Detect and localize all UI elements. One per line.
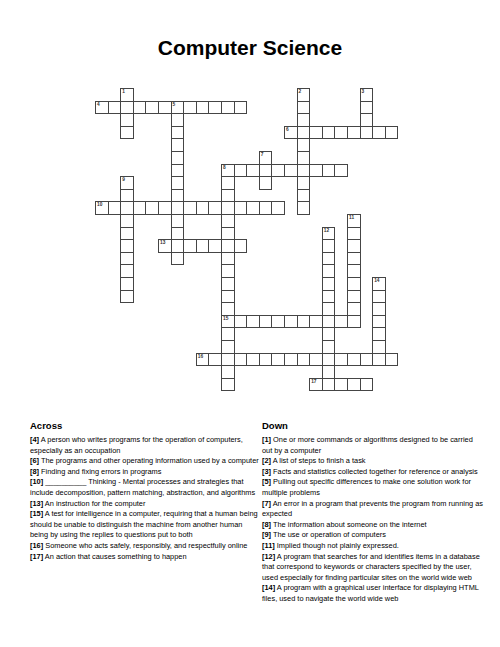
- across-clues-column: Across [4] A person who writes programs …: [30, 420, 259, 562]
- grid-cell[interactable]: [347, 126, 361, 140]
- grid-cell[interactable]: [171, 126, 185, 140]
- grid-cell[interactable]: [347, 378, 361, 392]
- grid-cell[interactable]: [259, 201, 273, 215]
- grid-cell[interactable]: [271, 315, 285, 329]
- clue: [10] __________ Thinking - Mental proces…: [30, 477, 259, 498]
- grid-cell[interactable]: [171, 176, 185, 190]
- grid-cell[interactable]: [108, 201, 122, 215]
- grid-cell[interactable]: [309, 126, 323, 140]
- grid-cell[interactable]: [234, 201, 248, 215]
- grid-cell[interactable]: [360, 113, 374, 127]
- clue-number: [9]: [262, 530, 271, 539]
- grid-cell[interactable]: [246, 164, 260, 178]
- clue: [4] A person who writes programs for the…: [30, 435, 259, 456]
- cell-number: 5: [173, 102, 176, 107]
- grid-cell[interactable]: [347, 315, 361, 329]
- grid-cell[interactable]: [360, 378, 374, 392]
- grid-cell[interactable]: [234, 353, 248, 367]
- grid-cell[interactable]: [120, 126, 134, 140]
- clue-number: [12]: [262, 552, 275, 561]
- grid-cell[interactable]: [158, 201, 172, 215]
- clue-number: [2]: [262, 456, 271, 465]
- grid-cell[interactable]: [297, 113, 311, 127]
- cell-number: 2: [299, 89, 302, 94]
- grid-cell[interactable]: [171, 252, 185, 266]
- grid-cell[interactable]: [297, 353, 311, 367]
- grid-cell[interactable]: [259, 353, 273, 367]
- down-header: Down: [262, 420, 484, 431]
- clue-number: [8]: [262, 520, 271, 529]
- clue-number: [4]: [30, 435, 39, 444]
- grid-cell[interactable]: [171, 227, 185, 241]
- page-title: Computer Science: [0, 36, 500, 60]
- grid-cell[interactable]: [271, 353, 285, 367]
- grid-cell[interactable]: [171, 151, 185, 165]
- grid-cell[interactable]: [385, 126, 399, 140]
- grid-cell[interactable]: [297, 126, 311, 140]
- grid-cell[interactable]: [208, 353, 222, 367]
- cell-number: 6: [286, 127, 289, 132]
- grid-cell[interactable]: 1: [120, 88, 134, 102]
- grid-cell[interactable]: [208, 239, 222, 253]
- clue-number: [7]: [262, 499, 271, 508]
- grid-cell[interactable]: [322, 239, 336, 253]
- cell-number: 17: [311, 379, 316, 384]
- grid-cell[interactable]: [221, 227, 235, 241]
- clue-number: [16]: [30, 541, 43, 550]
- grid-cell[interactable]: [221, 340, 235, 354]
- grid-cell[interactable]: 11: [347, 214, 361, 228]
- grid-cell[interactable]: [133, 101, 147, 115]
- grid-cell[interactable]: 15: [221, 315, 235, 329]
- across-header: Across: [30, 420, 259, 431]
- grid-cell[interactable]: [120, 264, 134, 278]
- clue-number: [6]: [30, 456, 39, 465]
- clue-number: [11]: [262, 541, 275, 550]
- grid-cell[interactable]: [271, 164, 285, 178]
- clue-number: [1]: [262, 435, 271, 444]
- grid-cell[interactable]: [120, 214, 134, 228]
- clue-number: [17]: [30, 552, 43, 561]
- grid-cell[interactable]: [360, 353, 374, 367]
- grid-cell[interactable]: [120, 113, 134, 127]
- grid-cell[interactable]: [297, 189, 311, 203]
- cell-number: 12: [324, 228, 329, 233]
- grid-cell[interactable]: [171, 138, 185, 152]
- clue: [15] A test for intelligence in a comput…: [30, 509, 259, 541]
- cell-number: 7: [261, 152, 264, 157]
- grid-cell[interactable]: [297, 176, 311, 190]
- cell-number: 16: [198, 354, 203, 359]
- grid-cell[interactable]: [322, 315, 336, 329]
- cell-number: 1: [122, 89, 125, 94]
- grid-cell[interactable]: [322, 365, 336, 379]
- grid-cell[interactable]: [309, 164, 323, 178]
- cell-number: 13: [160, 240, 165, 245]
- grid-cell[interactable]: [183, 201, 197, 215]
- grid-cell[interactable]: [133, 201, 147, 215]
- clue: [14] A program with a graphical user int…: [262, 583, 484, 604]
- grid-cell[interactable]: [322, 264, 336, 278]
- grid-cell[interactable]: [322, 164, 336, 178]
- grid-cell[interactable]: [334, 164, 348, 178]
- grid-cell[interactable]: [322, 252, 336, 266]
- grid-cell[interactable]: [297, 164, 311, 178]
- grid-cell[interactable]: 9: [120, 176, 134, 190]
- grid-cell[interactable]: 16: [196, 353, 210, 367]
- grid-cell[interactable]: [385, 353, 399, 367]
- grid-cell[interactable]: [259, 164, 273, 178]
- grid-cell[interactable]: [221, 302, 235, 316]
- grid-cell[interactable]: [309, 353, 323, 367]
- grid-cell[interactable]: [196, 201, 210, 215]
- grid-cell[interactable]: [158, 101, 172, 115]
- grid-cell[interactable]: [234, 101, 248, 115]
- clue: [5] Pulling out specific differences to …: [262, 477, 484, 498]
- grid-cell[interactable]: [208, 201, 222, 215]
- grid-cell[interactable]: [171, 113, 185, 127]
- grid-cell[interactable]: [246, 315, 260, 329]
- grid-cell[interactable]: [221, 201, 235, 215]
- clue: [11] Implied though not plainly expresse…: [262, 541, 484, 552]
- grid-cell[interactable]: [221, 239, 235, 253]
- clue-number: [13]: [30, 499, 43, 508]
- grid-cell[interactable]: [372, 126, 386, 140]
- grid-cell[interactable]: [334, 353, 348, 367]
- clue: [8] The information about someone on the…: [262, 520, 484, 531]
- grid-cell[interactable]: [171, 201, 185, 215]
- grid-cell[interactable]: [196, 239, 210, 253]
- grid-cell[interactable]: [322, 302, 336, 316]
- cell-number: 14: [374, 278, 379, 283]
- grid-cell[interactable]: [259, 176, 273, 190]
- down-clues-list: [1] One or more commands or algorithms d…: [262, 435, 484, 605]
- grid-cell[interactable]: [347, 277, 361, 291]
- grid-cell[interactable]: [297, 315, 311, 329]
- grid-cell[interactable]: 14: [372, 277, 386, 291]
- grid-cell[interactable]: [120, 252, 134, 266]
- grid-cell[interactable]: [221, 176, 235, 190]
- grid-cell[interactable]: [171, 164, 185, 178]
- grid-cell[interactable]: [120, 201, 134, 215]
- grid-cell[interactable]: [221, 252, 235, 266]
- grid-cell[interactable]: [234, 315, 248, 329]
- clue-number: [14]: [262, 583, 275, 592]
- grid-cell[interactable]: [297, 201, 311, 215]
- grid-cell[interactable]: [171, 239, 185, 253]
- grid-cell[interactable]: [322, 126, 336, 140]
- grid-cell[interactable]: [347, 239, 361, 253]
- grid-cell[interactable]: [334, 378, 348, 392]
- grid-cell[interactable]: 8: [221, 164, 235, 178]
- grid-cell[interactable]: [372, 340, 386, 354]
- grid-cell[interactable]: [208, 101, 222, 115]
- grid-cell[interactable]: [196, 101, 210, 115]
- grid-cell[interactable]: [297, 151, 311, 165]
- grid-cell[interactable]: 2: [297, 88, 311, 102]
- grid-cell[interactable]: 6: [284, 126, 298, 140]
- cell-number: 3: [362, 89, 365, 94]
- clue: [9] The use or operation of computers: [262, 530, 484, 541]
- clue-number: [3]: [262, 467, 271, 476]
- grid-cell[interactable]: [322, 327, 336, 341]
- grid-cell[interactable]: [284, 315, 298, 329]
- grid-cell[interactable]: [372, 327, 386, 341]
- grid-cell[interactable]: [221, 290, 235, 304]
- down-clues-column: Down [1] One or more commands or algorit…: [262, 420, 484, 605]
- grid-cell[interactable]: [221, 277, 235, 291]
- grid-cell[interactable]: 4: [95, 101, 109, 115]
- grid-cell[interactable]: [120, 189, 134, 203]
- grid-cell[interactable]: [372, 353, 386, 367]
- grid-cell[interactable]: [120, 239, 134, 253]
- grid-cell[interactable]: [297, 101, 311, 115]
- grid-cell[interactable]: 12: [322, 227, 336, 241]
- grid-cell[interactable]: [334, 126, 348, 140]
- grid-cell[interactable]: [309, 315, 323, 329]
- grid-cell[interactable]: [171, 189, 185, 203]
- grid-cell[interactable]: [322, 353, 336, 367]
- grid-cell[interactable]: [259, 315, 273, 329]
- clue-number: [15]: [30, 509, 43, 518]
- grid-cell[interactable]: [372, 290, 386, 304]
- clue: [7] An error in a program that prevents …: [262, 499, 484, 520]
- grid-cell[interactable]: [372, 315, 386, 329]
- clue-number: [8]: [30, 467, 39, 476]
- grid-cell[interactable]: [347, 264, 361, 278]
- grid-cell[interactable]: [120, 227, 134, 241]
- across-clues-list: [4] A person who writes programs for the…: [30, 435, 259, 562]
- grid-cell[interactable]: [221, 101, 235, 115]
- grid-cell[interactable]: [360, 126, 374, 140]
- grid-cell[interactable]: [221, 327, 235, 341]
- grid-cell[interactable]: [334, 315, 348, 329]
- grid-cell[interactable]: [372, 302, 386, 316]
- grid-cell[interactable]: [221, 214, 235, 228]
- grid-cell[interactable]: [145, 201, 159, 215]
- grid-cell[interactable]: [284, 353, 298, 367]
- clue: [13] An instruction for the computer: [30, 499, 259, 510]
- clue: [3] Facts and statistics collected toget…: [262, 467, 484, 478]
- grid-cell[interactable]: [246, 353, 260, 367]
- grid-cell[interactable]: [221, 264, 235, 278]
- grid-cell[interactable]: [234, 164, 248, 178]
- clue: [6] The programs and other operating inf…: [30, 456, 259, 467]
- grid-cell[interactable]: [246, 201, 260, 215]
- clue: [1] One or more commands or algorithms d…: [262, 435, 484, 456]
- grid-cell[interactable]: [347, 252, 361, 266]
- clue: [12] A program that searches for and ide…: [262, 552, 484, 584]
- grid-cell[interactable]: [322, 378, 336, 392]
- grid-cell[interactable]: [221, 365, 235, 379]
- grid-cell[interactable]: [120, 277, 134, 291]
- crossword-grid: 1234567891011121314151617: [95, 88, 411, 391]
- grid-cell[interactable]: [271, 201, 285, 215]
- cell-number: 8: [223, 165, 226, 170]
- grid-cell[interactable]: 10: [95, 201, 109, 215]
- grid-cell[interactable]: [347, 227, 361, 241]
- grid-cell[interactable]: [347, 302, 361, 316]
- clue: [16] Someone who acts safely, responsibl…: [30, 541, 259, 552]
- grid-cell[interactable]: [171, 214, 185, 228]
- grid-cell[interactable]: [145, 101, 159, 115]
- grid-cell[interactable]: [108, 101, 122, 115]
- grid-cell[interactable]: [347, 353, 361, 367]
- grid-cell[interactable]: 17: [309, 378, 323, 392]
- grid-cell[interactable]: [284, 164, 298, 178]
- grid-cell[interactable]: [234, 239, 248, 253]
- grid-cell[interactable]: [297, 138, 311, 152]
- cell-number: 4: [97, 102, 100, 107]
- cell-number: 10: [97, 202, 102, 207]
- cell-number: 11: [349, 215, 354, 220]
- clue-number: [5]: [262, 477, 271, 486]
- grid-cell[interactable]: [183, 101, 197, 115]
- grid-cell[interactable]: [221, 353, 235, 367]
- grid-cell[interactable]: [183, 239, 197, 253]
- clue: [17] An action that causes something to …: [30, 552, 259, 563]
- clue-number: [10]: [30, 477, 43, 486]
- cell-number: 9: [122, 177, 125, 182]
- grid-cell[interactable]: [120, 290, 134, 304]
- grid-cell[interactable]: 3: [360, 88, 374, 102]
- clue: [2] A list of steps to finish a task: [262, 456, 484, 467]
- grid-cell[interactable]: [120, 101, 134, 115]
- grid-cell[interactable]: [360, 101, 374, 115]
- grid-cell[interactable]: [322, 290, 336, 304]
- grid-cell[interactable]: [322, 340, 336, 354]
- clue: [8] Finding and fixing errors in program…: [30, 467, 259, 478]
- grid-cell[interactable]: [347, 290, 361, 304]
- grid-cell[interactable]: [221, 189, 235, 203]
- grid-cell[interactable]: 13: [158, 239, 172, 253]
- cell-number: 15: [223, 316, 228, 321]
- grid-cell[interactable]: 5: [171, 101, 185, 115]
- grid-cell[interactable]: 7: [259, 151, 273, 165]
- grid-cell[interactable]: [221, 378, 235, 392]
- grid-cell[interactable]: [322, 277, 336, 291]
